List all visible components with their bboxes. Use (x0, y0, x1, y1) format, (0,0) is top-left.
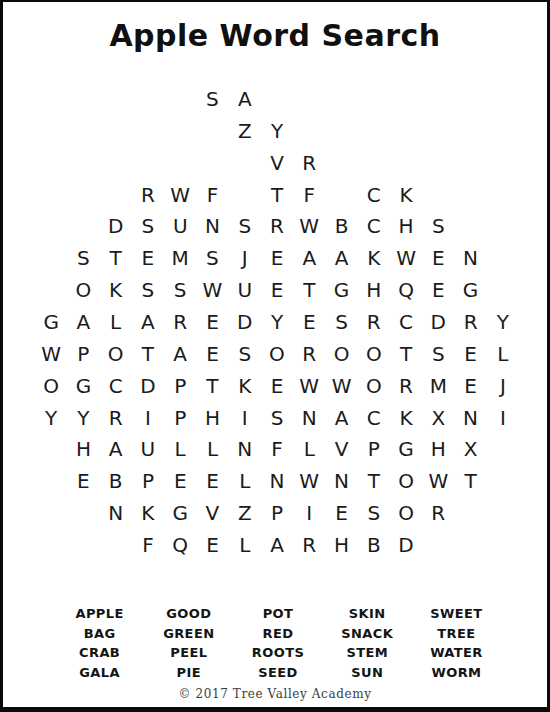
grid-cell: E (164, 465, 196, 497)
grid-cell: V (196, 497, 228, 529)
grid-cell: S (229, 210, 261, 242)
grid-cell: H (196, 402, 228, 434)
grid-cell-empty (454, 115, 486, 147)
grid-cell: L (293, 433, 325, 465)
grid-cell: A (229, 83, 261, 115)
grid-cell: P (358, 433, 390, 465)
grid-cell: E (422, 242, 454, 274)
grid-cell: H (390, 210, 422, 242)
word-item: GALA (79, 663, 120, 683)
grid-cell: A (325, 242, 357, 274)
grid-cell: F (261, 433, 293, 465)
grid-cell: L (487, 338, 519, 370)
grid-cell: V (261, 147, 293, 179)
grid-cell-empty (454, 529, 486, 561)
grid-cell-empty (67, 210, 99, 242)
grid-cell: D (229, 306, 261, 338)
grid-cell: F (196, 179, 228, 211)
grid-cell-empty (358, 147, 390, 179)
grid-cell: H (358, 274, 390, 306)
grid-cell: R (132, 179, 164, 211)
grid-cell: P (132, 465, 164, 497)
grid-cell-empty (422, 115, 454, 147)
grid-cell: T (358, 465, 390, 497)
grid-cell-empty (67, 83, 99, 115)
grid-cell-empty (358, 115, 390, 147)
grid-cell: T (390, 338, 422, 370)
grid-cell: X (422, 402, 454, 434)
grid-cell-empty (132, 115, 164, 147)
grid-cell: S (422, 338, 454, 370)
grid-cell-empty (487, 115, 519, 147)
grid-cell: R (422, 497, 454, 529)
grid-cell: E (196, 529, 228, 561)
grid-cell: S (358, 497, 390, 529)
grid-cell: Y (35, 402, 67, 434)
grid-cell-empty (422, 147, 454, 179)
puzzle-page: Apple Word Search SAZYVRRWFTFCKDSUNSRWBC… (0, 0, 550, 712)
grid-cell: M (422, 370, 454, 402)
grid-cell-empty (325, 83, 357, 115)
grid-cell-empty (132, 147, 164, 179)
grid-cell: C (358, 402, 390, 434)
grid-cell-empty (293, 83, 325, 115)
grid-cell: T (454, 465, 486, 497)
grid-cell: I (487, 402, 519, 434)
grid-cell: S (132, 274, 164, 306)
word-item: PEEL (170, 643, 207, 663)
grid-cell-empty (422, 529, 454, 561)
grid-cell: O (325, 338, 357, 370)
grid-cell: U (132, 433, 164, 465)
grid-cell-empty (35, 210, 67, 242)
grid-cell: D (132, 370, 164, 402)
word-item: APPLE (75, 604, 123, 624)
grid-cell: J (487, 370, 519, 402)
grid-cell: G (35, 306, 67, 338)
grid-cell: A (132, 306, 164, 338)
word-item: SEED (258, 663, 298, 683)
grid-cell-empty (229, 147, 261, 179)
grid-cell: E (261, 274, 293, 306)
word-item: ROOTS (252, 643, 304, 663)
grid-cell: S (196, 242, 228, 274)
grid-cell-empty (100, 115, 132, 147)
grid-cell: O (390, 497, 422, 529)
grid-cell: K (132, 497, 164, 529)
grid-cell-empty (196, 115, 228, 147)
grid-cell-empty (35, 179, 67, 211)
grid-cell-empty (325, 179, 357, 211)
grid-cell-empty (358, 83, 390, 115)
grid-cell: P (67, 338, 99, 370)
grid-cell: R (293, 529, 325, 561)
grid-cell: S (261, 402, 293, 434)
grid-cell: B (325, 210, 357, 242)
grid-cell: D (422, 306, 454, 338)
grid-cell: I (132, 402, 164, 434)
grid-cell: E (325, 497, 357, 529)
grid-cell-empty (390, 115, 422, 147)
grid-cell-empty (132, 83, 164, 115)
grid-cell-empty (390, 147, 422, 179)
grid-cell-empty (164, 83, 196, 115)
grid-cell: N (454, 402, 486, 434)
grid-cell-empty (422, 179, 454, 211)
grid-cell-empty (35, 529, 67, 561)
word-item: POT (263, 604, 294, 624)
grid-cell-empty (454, 179, 486, 211)
grid-cell: C (100, 370, 132, 402)
grid-cell: W (422, 465, 454, 497)
grid-cell-empty (67, 147, 99, 179)
grid-cell-empty (100, 529, 132, 561)
grid-cell: W (325, 370, 357, 402)
grid-cell: W (164, 179, 196, 211)
grid-cell: R (100, 402, 132, 434)
grid-cell: E (67, 465, 99, 497)
grid-cell-empty (35, 497, 67, 529)
grid-cell: E (454, 338, 486, 370)
word-item: SWEET (430, 604, 482, 624)
grid-cell: Y (261, 306, 293, 338)
word-item: WATER (430, 643, 483, 663)
word-item: WORM (431, 663, 481, 683)
grid-cell: N (100, 497, 132, 529)
grid-cell: O (358, 338, 390, 370)
grid-cell-empty (67, 179, 99, 211)
grid-cell-empty (35, 147, 67, 179)
grid-cell-empty (454, 210, 486, 242)
grid-cell: U (229, 274, 261, 306)
grid-cell: E (454, 370, 486, 402)
grid-cell: O (100, 338, 132, 370)
grid-cell: N (196, 210, 228, 242)
grid-cell: K (390, 179, 422, 211)
grid-cell: F (293, 179, 325, 211)
grid-cell-empty (454, 147, 486, 179)
grid-cell: S (229, 338, 261, 370)
grid-cell-empty (487, 433, 519, 465)
grid-cell: G (164, 497, 196, 529)
word-list-column: APPLEBAGCRABGALA (55, 604, 144, 682)
grid-cell: A (100, 433, 132, 465)
grid-cell: N (454, 242, 486, 274)
grid-cell: G (67, 370, 99, 402)
grid-cell: X (454, 433, 486, 465)
grid-cell: F (132, 529, 164, 561)
grid-cell-empty (35, 433, 67, 465)
grid-cell: D (390, 529, 422, 561)
grid-cell-empty (325, 147, 357, 179)
grid-cell-empty (35, 83, 67, 115)
grid-cell: S (196, 83, 228, 115)
grid-cell: T (132, 338, 164, 370)
grid-cell: K (100, 274, 132, 306)
grid-cell: V (325, 433, 357, 465)
grid-cell: C (358, 179, 390, 211)
grid-cell: W (196, 274, 228, 306)
word-item: SKIN (349, 604, 386, 624)
grid-cell: E (196, 338, 228, 370)
grid-cell: D (100, 210, 132, 242)
grid-cell: W (293, 370, 325, 402)
grid-cell: S (422, 210, 454, 242)
grid-cell: R (454, 306, 486, 338)
grid-cell: L (164, 433, 196, 465)
grid-cell: U (164, 210, 196, 242)
grid-cell: I (229, 402, 261, 434)
grid-cell: O (35, 370, 67, 402)
grid-cell: A (164, 338, 196, 370)
word-item: SUN (351, 663, 383, 683)
grid-cell: S (132, 210, 164, 242)
grid-cell: S (67, 242, 99, 274)
grid-cell-empty (35, 115, 67, 147)
grid-cell: R (293, 147, 325, 179)
word-item: GREEN (163, 624, 214, 644)
grid-cell: K (390, 402, 422, 434)
word-item: STEM (346, 643, 388, 663)
grid-cell: O (67, 274, 99, 306)
grid-cell: R (358, 306, 390, 338)
grid-cell: A (293, 242, 325, 274)
grid-cell: P (164, 370, 196, 402)
grid-cell: J (229, 242, 261, 274)
grid-cell: S (325, 306, 357, 338)
word-item: GOOD (166, 604, 211, 624)
grid-cell: O (358, 370, 390, 402)
grid-cell: C (390, 306, 422, 338)
grid-cell-empty (454, 497, 486, 529)
grid-cell: I (293, 497, 325, 529)
grid-cell: N (293, 402, 325, 434)
grid-cell: T (261, 179, 293, 211)
word-item: RED (263, 624, 294, 644)
copyright-text: © 2017 Tree Valley Academy (3, 687, 547, 701)
grid-cell-empty (164, 147, 196, 179)
grid-cell-empty (196, 147, 228, 179)
grid-cell: N (261, 465, 293, 497)
grid-cell: G (390, 433, 422, 465)
word-list-column: GOODGREENPEELPIE (144, 604, 233, 682)
grid-cell: E (261, 242, 293, 274)
grid-cell: H (325, 529, 357, 561)
grid-cell-empty (100, 179, 132, 211)
grid-cell: L (196, 433, 228, 465)
grid-cell: E (196, 465, 228, 497)
grid-cell-empty (293, 115, 325, 147)
grid-cell-empty (487, 274, 519, 306)
grid-cell-empty (229, 179, 261, 211)
grid-cell: W (390, 242, 422, 274)
grid-cell: E (132, 242, 164, 274)
grid-cell: Z (229, 497, 261, 529)
grid-cell-empty (35, 274, 67, 306)
grid-cell: R (390, 370, 422, 402)
page-title: Apple Word Search (3, 18, 547, 53)
word-item: BAG (84, 624, 116, 644)
word-list-column: SKINSNACKSTEMSUN (323, 604, 412, 682)
word-list: APPLEBAGCRABGALAGOODGREENPEELPIEPOTREDRO… (55, 604, 501, 682)
grid-cell: M (164, 242, 196, 274)
grid-cell: G (454, 274, 486, 306)
grid-cell-empty (164, 115, 196, 147)
grid-cell: C (358, 210, 390, 242)
grid-cell: E (422, 274, 454, 306)
word-list-column: SWEETTREEWATERWORM (412, 604, 501, 682)
grid-cell: O (261, 338, 293, 370)
grid-cell-empty (487, 147, 519, 179)
grid-cell-empty (487, 242, 519, 274)
grid-cell: Z (229, 115, 261, 147)
grid-cell-empty (261, 83, 293, 115)
grid-cell: N (229, 433, 261, 465)
grid-cell-empty (454, 83, 486, 115)
word-grid: SAZYVRRWFTFCKDSUNSRWBCHSSTEMSJEAAKWENOKS… (35, 83, 519, 561)
grid-cell: N (325, 465, 357, 497)
word-list-column: POTREDROOTSSEED (233, 604, 322, 682)
grid-cell: K (229, 370, 261, 402)
grid-cell: L (100, 306, 132, 338)
grid-cell: W (293, 210, 325, 242)
grid-cell: B (100, 465, 132, 497)
grid-cell: Y (67, 402, 99, 434)
grid-cell-empty (487, 83, 519, 115)
grid-cell-empty (325, 115, 357, 147)
word-item: CRAB (79, 643, 120, 663)
grid-cell: L (229, 529, 261, 561)
grid-cell-empty (487, 497, 519, 529)
grid-cell: P (261, 497, 293, 529)
word-item: PIE (177, 663, 201, 683)
grid-cell-empty (35, 465, 67, 497)
grid-cell: P (164, 402, 196, 434)
grid-cell: Q (390, 274, 422, 306)
grid-cell: T (293, 274, 325, 306)
grid-cell-empty (67, 529, 99, 561)
grid-cell: R (261, 210, 293, 242)
grid-cell-empty (67, 115, 99, 147)
grid-cell: A (325, 402, 357, 434)
grid-cell-empty (100, 147, 132, 179)
word-item: SNACK (341, 624, 393, 644)
grid-cell: H (422, 433, 454, 465)
grid-cell-empty (390, 83, 422, 115)
grid-cell: W (35, 338, 67, 370)
grid-cell: A (67, 306, 99, 338)
grid-cell: G (325, 274, 357, 306)
grid-cell: R (164, 306, 196, 338)
grid-cell: E (293, 306, 325, 338)
grid-cell: Q (164, 529, 196, 561)
grid-cell: B (358, 529, 390, 561)
grid-cell-empty (487, 210, 519, 242)
grid-cell: T (100, 242, 132, 274)
word-item: TREE (437, 624, 475, 644)
grid-cell-empty (422, 83, 454, 115)
grid-cell: W (293, 465, 325, 497)
grid-cell: E (196, 306, 228, 338)
grid-cell: H (67, 433, 99, 465)
grid-cell: Y (261, 115, 293, 147)
grid-cell: Y (487, 306, 519, 338)
grid-cell-empty (487, 529, 519, 561)
grid-cell: T (196, 370, 228, 402)
grid-cell: K (358, 242, 390, 274)
grid-cell: L (229, 465, 261, 497)
grid-cell-empty (487, 465, 519, 497)
grid-cell-empty (487, 179, 519, 211)
grid-cell: O (390, 465, 422, 497)
grid-cell: E (261, 370, 293, 402)
grid-cell: S (164, 274, 196, 306)
grid-cell: A (261, 529, 293, 561)
grid-cell: R (293, 338, 325, 370)
grid-cell-empty (67, 497, 99, 529)
grid-cell-empty (100, 83, 132, 115)
grid-cell-empty (35, 242, 67, 274)
